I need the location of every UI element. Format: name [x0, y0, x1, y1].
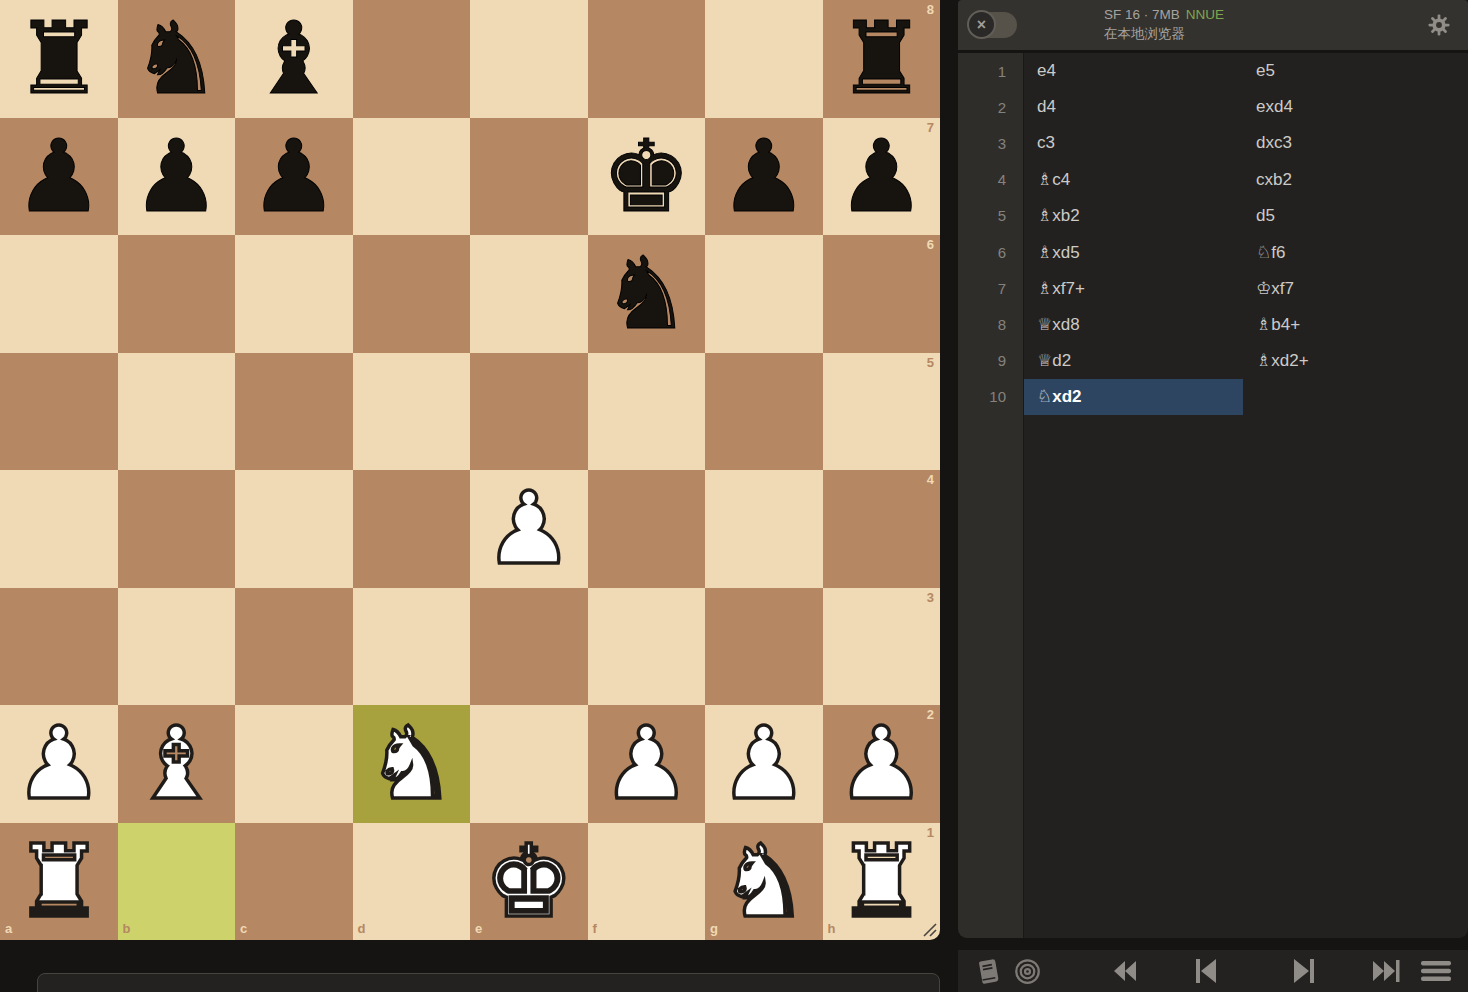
black-pawn[interactable]: ♟ [118, 118, 236, 236]
square-c1[interactable] [235, 823, 353, 941]
white-knight[interactable]: ♞ [705, 823, 823, 941]
square-g8[interactable] [705, 0, 823, 118]
move-row: 1e4e5 [958, 53, 1468, 89]
black-pawn[interactable]: ♟ [705, 118, 823, 236]
square-b3[interactable] [118, 588, 236, 706]
black-pawn[interactable]: ♟ [823, 118, 941, 236]
engine-name: SF 16 · 7MB [1104, 7, 1180, 22]
board-resize-handle[interactable] [921, 921, 937, 937]
square-f7[interactable]: ♚ [588, 118, 706, 236]
white-knight[interactable]: ♞ [353, 705, 471, 823]
square-b4[interactable] [118, 470, 236, 588]
move-row: 5♗xb2d5 [958, 198, 1468, 234]
square-b1[interactable] [118, 823, 236, 941]
nav-last-icon[interactable] [1372, 950, 1400, 992]
square-c6[interactable] [235, 235, 353, 353]
square-f2[interactable]: ♟ [588, 705, 706, 823]
square-e3[interactable] [470, 588, 588, 706]
square-g3[interactable] [705, 588, 823, 706]
square-b6[interactable] [118, 235, 236, 353]
white-pawn[interactable]: ♟ [588, 705, 706, 823]
square-f1[interactable] [588, 823, 706, 941]
move-number: 9 [958, 352, 1024, 369]
square-g5[interactable] [705, 353, 823, 471]
square-a4[interactable] [0, 470, 118, 588]
square-f3[interactable] [588, 588, 706, 706]
move-row: 6♗xd5♘f6 [958, 234, 1468, 270]
move-black[interactable]: e5 [1243, 53, 1468, 89]
square-g7[interactable]: ♟ [705, 118, 823, 236]
move-black [1243, 379, 1468, 415]
engine-toggle[interactable]: × [968, 12, 1017, 38]
move-number: 2 [958, 99, 1024, 116]
move-row: 9♕d2♗xd2+ [958, 343, 1468, 379]
white-pawn[interactable]: ♟ [823, 705, 941, 823]
toggle-off-icon: × [967, 10, 996, 39]
move-row: 10♘xd2 [958, 379, 1468, 415]
move-white[interactable]: ♗xd5 [1024, 234, 1243, 270]
square-a8[interactable]: ♜ [0, 0, 118, 118]
move-black[interactable]: d5 [1243, 198, 1468, 234]
square-f4[interactable] [588, 470, 706, 588]
move-black[interactable]: ♗xd2+ [1243, 343, 1468, 379]
square-f8[interactable] [588, 0, 706, 118]
square-b7[interactable]: ♟ [118, 118, 236, 236]
move-row: 7♗xf7+♔xf7 [958, 270, 1468, 306]
move-black[interactable]: dxc3 [1243, 125, 1468, 161]
black-rook[interactable]: ♜ [823, 0, 941, 118]
white-king[interactable]: ♚ [470, 823, 588, 941]
white-bishop[interactable]: ♝ [118, 705, 236, 823]
square-b8[interactable]: ♞ [118, 0, 236, 118]
nav-first-icon[interactable] [1113, 950, 1137, 992]
square-b5[interactable] [118, 353, 236, 471]
move-white[interactable]: ♘xd2 [1024, 379, 1243, 415]
square-d6[interactable] [353, 235, 471, 353]
square-a2[interactable]: ♟ [0, 705, 118, 823]
move-number: 7 [958, 280, 1024, 297]
move-white[interactable]: ♕d2 [1024, 343, 1243, 379]
chess-board[interactable]: ♜♞♝♜♟♟♟♚♟♟♞♟♟♝♞♟♟♟♜♚♞♜abcdefgh87654321 [0, 0, 940, 940]
square-h8[interactable]: ♜ [823, 0, 941, 118]
move-number: 5 [958, 207, 1024, 224]
square-f5[interactable] [588, 353, 706, 471]
square-c3[interactable] [235, 588, 353, 706]
white-pawn[interactable]: ♟ [705, 705, 823, 823]
engine-info: SF 16 · 7MBNNUE 在本地浏览器 [1104, 5, 1224, 43]
square-g2[interactable]: ♟ [705, 705, 823, 823]
square-h2[interactable]: ♟ [823, 705, 941, 823]
black-rook[interactable]: ♜ [0, 0, 118, 118]
engine-subtitle: 在本地浏览器 [1104, 24, 1224, 43]
practice-target-icon[interactable] [1014, 950, 1041, 992]
engine-header: × SF 16 · 7MBNNUE 在本地浏览器 [958, 0, 1468, 50]
square-e6[interactable] [470, 235, 588, 353]
square-b2[interactable]: ♝ [118, 705, 236, 823]
white-pawn[interactable]: ♟ [470, 470, 588, 588]
move-white[interactable]: ♗xb2 [1024, 198, 1243, 234]
square-c7[interactable]: ♟ [235, 118, 353, 236]
square-c8[interactable]: ♝ [235, 0, 353, 118]
move-black[interactable]: cxb2 [1243, 162, 1468, 198]
square-d4[interactable] [353, 470, 471, 588]
move-white[interactable]: ♗c4 [1024, 162, 1243, 198]
square-d8[interactable] [353, 0, 471, 118]
square-e8[interactable] [470, 0, 588, 118]
move-row: 4♗c4cxb2 [958, 162, 1468, 198]
square-f6[interactable]: ♞ [588, 235, 706, 353]
move-white[interactable]: d4 [1024, 89, 1243, 125]
move-black[interactable]: exd4 [1243, 89, 1468, 125]
square-e5[interactable] [470, 353, 588, 471]
move-number: 10 [958, 388, 1024, 405]
square-h5[interactable] [823, 353, 941, 471]
square-h3[interactable] [823, 588, 941, 706]
black-pawn[interactable]: ♟ [0, 118, 118, 236]
move-black[interactable]: ♔xf7 [1243, 270, 1468, 306]
square-a6[interactable] [0, 235, 118, 353]
square-h4[interactable] [823, 470, 941, 588]
black-pawn[interactable]: ♟ [235, 118, 353, 236]
move-row: 3c3dxc3 [958, 125, 1468, 161]
move-row: 8♕xd8♗b4+ [958, 306, 1468, 342]
move-black[interactable]: ♗b4+ [1243, 306, 1468, 342]
move-number: 8 [958, 316, 1024, 333]
square-e7[interactable] [470, 118, 588, 236]
nav-prev-icon[interactable] [1196, 950, 1216, 992]
move-white[interactable]: ♗xf7+ [1024, 270, 1243, 306]
black-knight[interactable]: ♞ [588, 235, 706, 353]
black-king[interactable]: ♚ [588, 118, 706, 236]
square-d2[interactable]: ♞ [353, 705, 471, 823]
square-a7[interactable]: ♟ [0, 118, 118, 236]
square-h7[interactable]: ♟ [823, 118, 941, 236]
pgn-input-box[interactable] [37, 973, 940, 992]
square-e1[interactable]: ♚ [470, 823, 588, 941]
bottom-toolbar [958, 950, 1468, 992]
square-a5[interactable] [0, 353, 118, 471]
square-c4[interactable] [235, 470, 353, 588]
white-pawn[interactable]: ♟ [0, 705, 118, 823]
move-list: 1e4e52d4exd43c3dxc34♗c4cxb25♗xb2d56♗xd5♘… [958, 50, 1468, 938]
square-e2[interactable] [470, 705, 588, 823]
square-g4[interactable] [705, 470, 823, 588]
analysis-panel: × SF 16 · 7MBNNUE 在本地浏览器 1e4e52d4exd43c3… [958, 0, 1468, 992]
move-row: 2d4exd4 [958, 89, 1468, 125]
move-number: 3 [958, 135, 1024, 152]
square-d5[interactable] [353, 353, 471, 471]
square-a1[interactable]: ♜ [0, 823, 118, 941]
opening-book-icon[interactable] [975, 950, 1002, 992]
square-d3[interactable] [353, 588, 471, 706]
move-number: 4 [958, 171, 1024, 188]
move-white[interactable]: c3 [1024, 125, 1243, 161]
nnue-badge: NNUE [1186, 7, 1224, 22]
square-c5[interactable] [235, 353, 353, 471]
square-d7[interactable] [353, 118, 471, 236]
panel-gap [958, 938, 1468, 950]
menu-icon[interactable] [1421, 950, 1451, 992]
square-g6[interactable] [705, 235, 823, 353]
gear-icon[interactable] [1428, 14, 1450, 36]
move-white[interactable]: e4 [1024, 53, 1243, 89]
square-d1[interactable] [353, 823, 471, 941]
move-white[interactable]: ♕xd8 [1024, 306, 1243, 342]
square-e4[interactable]: ♟ [470, 470, 588, 588]
square-g1[interactable]: ♞ [705, 823, 823, 941]
board-area: ♜♞♝♜♟♟♟♚♟♟♞♟♟♝♞♟♟♟♜♚♞♜abcdefgh87654321 [0, 0, 940, 940]
black-bishop[interactable]: ♝ [235, 0, 353, 118]
move-black[interactable]: ♘f6 [1243, 234, 1468, 270]
square-h6[interactable] [823, 235, 941, 353]
nav-next-icon[interactable] [1294, 950, 1314, 992]
square-a3[interactable] [0, 588, 118, 706]
white-rook[interactable]: ♜ [0, 823, 118, 941]
black-knight[interactable]: ♞ [118, 0, 236, 118]
move-number: 1 [958, 63, 1024, 80]
square-c2[interactable] [235, 705, 353, 823]
move-number: 6 [958, 244, 1024, 261]
